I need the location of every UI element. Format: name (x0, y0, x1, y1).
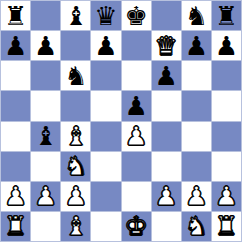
square-h8[interactable]: ♜ (212, 1, 241, 30)
square-d6[interactable] (91, 61, 120, 90)
black-pawn-icon[interactable]: ♟ (182, 31, 211, 60)
black-bishop-icon[interactable]: ♝ (61, 1, 90, 30)
square-a2[interactable]: ♟ (1, 182, 30, 211)
black-pawn-icon[interactable]: ♟ (212, 31, 241, 60)
square-e4[interactable]: ♟ (122, 122, 151, 151)
white-bishop-icon[interactable]: ♝ (61, 122, 90, 151)
white-pawn-icon[interactable]: ♟ (31, 182, 60, 211)
white-rook-icon[interactable]: ♜ (1, 212, 30, 241)
square-b4[interactable]: ♝ (31, 122, 60, 151)
white-pawn-icon[interactable]: ♟ (182, 182, 211, 211)
square-g2[interactable]: ♟ (182, 182, 211, 211)
square-d3[interactable] (91, 152, 120, 181)
square-f8[interactable] (152, 1, 181, 30)
black-king-icon[interactable]: ♚ (122, 1, 151, 30)
black-bishop-icon[interactable]: ♝ (31, 122, 60, 151)
black-pawn-icon[interactable]: ♟ (152, 61, 181, 90)
square-g8[interactable]: ♞ (182, 1, 211, 30)
square-f5[interactable] (152, 91, 181, 120)
square-f4[interactable] (152, 122, 181, 151)
square-g3[interactable] (182, 152, 211, 181)
square-e7[interactable] (122, 31, 151, 60)
black-knight-icon[interactable]: ♞ (61, 61, 90, 90)
square-f2[interactable]: ♟ (152, 182, 181, 211)
square-a6[interactable] (1, 61, 30, 90)
white-pawn-icon[interactable]: ♟ (122, 122, 151, 151)
white-rook-icon[interactable]: ♜ (212, 212, 241, 241)
square-c5[interactable] (61, 91, 90, 120)
square-a5[interactable] (1, 91, 30, 120)
black-queen-icon[interactable]: ♛ (91, 1, 120, 30)
black-rook-icon[interactable]: ♜ (212, 1, 241, 30)
square-d1[interactable] (91, 212, 120, 241)
black-pawn-icon[interactable]: ♟ (91, 31, 120, 60)
white-king-icon[interactable]: ♚ (122, 212, 151, 241)
square-e5[interactable]: ♟ (122, 91, 151, 120)
black-pawn-icon[interactable]: ♟ (1, 31, 30, 60)
square-c7[interactable] (61, 31, 90, 60)
square-a7[interactable]: ♟ (1, 31, 30, 60)
square-b6[interactable] (31, 61, 60, 90)
square-e1[interactable]: ♚ (122, 212, 151, 241)
square-a4[interactable] (1, 122, 30, 151)
square-c8[interactable]: ♝ (61, 1, 90, 30)
white-pawn-icon[interactable]: ♟ (1, 182, 30, 211)
square-b3[interactable] (31, 152, 60, 181)
square-c1[interactable]: ♝ (61, 212, 90, 241)
square-c6[interactable]: ♞ (61, 61, 90, 90)
square-e8[interactable]: ♚ (122, 1, 151, 30)
square-h6[interactable] (212, 61, 241, 90)
square-a8[interactable]: ♜ (1, 1, 30, 30)
white-knight-icon[interactable]: ♞ (182, 212, 211, 241)
square-c3[interactable]: ♞ (61, 152, 90, 181)
square-e6[interactable] (122, 61, 151, 90)
square-f1[interactable] (152, 212, 181, 241)
square-b8[interactable] (31, 1, 60, 30)
white-knight-icon[interactable]: ♞ (61, 152, 90, 181)
square-d4[interactable] (91, 122, 120, 151)
square-g7[interactable]: ♟ (182, 31, 211, 60)
square-c2[interactable]: ♟ (61, 182, 90, 211)
square-d5[interactable] (91, 91, 120, 120)
square-h4[interactable] (212, 122, 241, 151)
square-b1[interactable] (31, 212, 60, 241)
square-h2[interactable]: ♟ (212, 182, 241, 211)
black-knight-icon[interactable]: ♞ (182, 1, 211, 30)
square-d7[interactable]: ♟ (91, 31, 120, 60)
square-h5[interactable] (212, 91, 241, 120)
square-g6[interactable] (182, 61, 211, 90)
square-d2[interactable] (91, 182, 120, 211)
white-pawn-icon[interactable]: ♟ (61, 182, 90, 211)
square-a1[interactable]: ♜ (1, 212, 30, 241)
square-h1[interactable]: ♜ (212, 212, 241, 241)
square-b2[interactable]: ♟ (31, 182, 60, 211)
square-g5[interactable] (182, 91, 211, 120)
chess-board: ♜♝♛♚♞♜♟♟♟♛♟♟♞♟♟♝♝♟♞♟♟♟♟♟♟♜♝♚♞♜ (0, 0, 242, 242)
square-d8[interactable]: ♛ (91, 1, 120, 30)
white-bishop-icon[interactable]: ♝ (61, 212, 90, 241)
black-pawn-icon[interactable]: ♟ (31, 31, 60, 60)
square-a3[interactable] (1, 152, 30, 181)
square-e3[interactable] (122, 152, 151, 181)
square-f3[interactable] (152, 152, 181, 181)
square-b5[interactable] (31, 91, 60, 120)
square-g4[interactable] (182, 122, 211, 151)
white-pawn-icon[interactable]: ♟ (212, 182, 241, 211)
square-g1[interactable]: ♞ (182, 212, 211, 241)
square-h3[interactable] (212, 152, 241, 181)
white-queen-icon[interactable]: ♛ (152, 31, 181, 60)
square-f7[interactable]: ♛ (152, 31, 181, 60)
black-pawn-icon[interactable]: ♟ (122, 91, 151, 120)
white-pawn-icon[interactable]: ♟ (152, 182, 181, 211)
square-e2[interactable] (122, 182, 151, 211)
black-rook-icon[interactable]: ♜ (1, 1, 30, 30)
square-f6[interactable]: ♟ (152, 61, 181, 90)
square-c4[interactable]: ♝ (61, 122, 90, 151)
square-b7[interactable]: ♟ (31, 31, 60, 60)
square-h7[interactable]: ♟ (212, 31, 241, 60)
